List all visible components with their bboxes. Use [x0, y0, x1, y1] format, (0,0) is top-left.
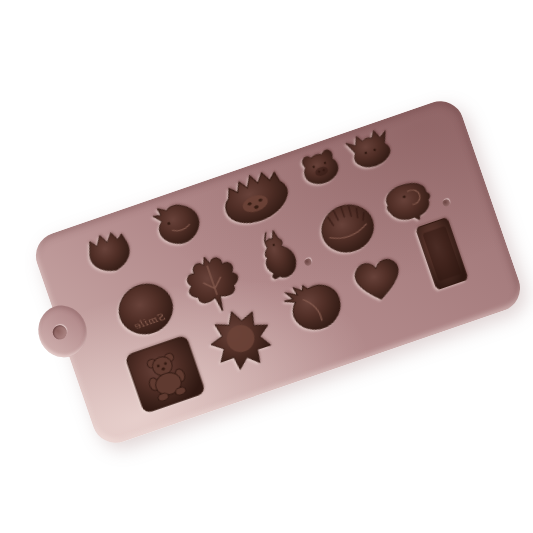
cavity-area: Smile	[29, 95, 526, 450]
cavity-bird	[141, 190, 215, 261]
photo-stage: Smile	[0, 0, 533, 533]
vent-hole	[441, 198, 450, 207]
cavity-crown	[76, 220, 143, 285]
cavity-bar	[408, 211, 476, 296]
chocolate-mold: Smile	[29, 95, 526, 450]
